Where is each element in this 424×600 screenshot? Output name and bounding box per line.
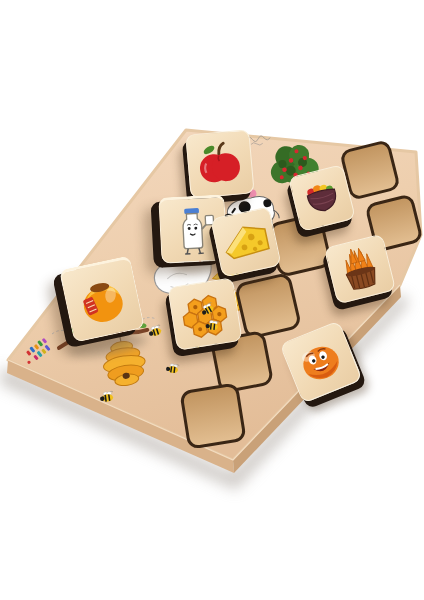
tile-cheese[interactable] [210, 206, 281, 277]
tile-apple[interactable] [185, 129, 254, 198]
honeycomb-icon [174, 283, 237, 344]
slot-4[interactable] [236, 274, 301, 339]
slot-1[interactable] [341, 141, 399, 199]
carrot-basket-icon [330, 240, 390, 299]
product-photo-scene [0, 0, 424, 600]
cheese-icon [216, 212, 275, 271]
tile-honey-pot[interactable] [59, 255, 145, 342]
apple-icon [191, 135, 249, 193]
orange-character-icon [286, 327, 355, 396]
slot-6[interactable] [181, 384, 245, 448]
fruit-basket-icon [294, 170, 350, 226]
honey-pot-icon [67, 264, 138, 335]
tile-honeycomb[interactable] [167, 277, 242, 351]
